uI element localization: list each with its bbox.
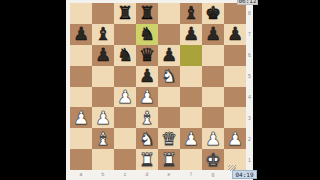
rank-label-5: 5 [246, 66, 253, 87]
black-pawn[interactable]: ♟ [73, 25, 89, 43]
square-h2[interactable]: ♟ [224, 128, 246, 149]
white-rook[interactable]: ♜ [139, 150, 155, 168]
square-f8[interactable]: ♝ [180, 3, 202, 24]
square-b6[interactable]: ♟ [92, 45, 114, 66]
file-labels: abcdefgh [70, 170, 246, 178]
square-e4[interactable] [158, 87, 180, 108]
white-pawn[interactable]: ♟ [73, 108, 89, 126]
square-d6[interactable]: ♛ [136, 45, 158, 66]
square-d7[interactable]: ♞ [136, 24, 158, 45]
file-label-g: g [202, 170, 224, 178]
square-c5[interactable] [114, 66, 136, 87]
square-g8[interactable]: ♚ [202, 3, 224, 24]
square-a1[interactable] [70, 149, 92, 170]
board-panel: ♜♜♝♚♟♝♞♟♟♟♟♞♛♟♟♞♟♟♟♟♝♝♞♛♟♟♟♜♜♚ 87654321 … [66, 0, 253, 180]
square-c6[interactable]: ♞ [114, 45, 136, 66]
square-d3[interactable]: ♝ [136, 107, 158, 128]
black-clock-time: 06:12 [238, 0, 256, 4]
black-rook[interactable]: ♜ [139, 4, 155, 22]
square-d1[interactable]: ♜ [136, 149, 158, 170]
white-pawn[interactable]: ♟ [95, 108, 111, 126]
black-knight[interactable]: ♞ [139, 25, 155, 43]
rank-label-4: 4 [246, 87, 253, 108]
square-f4[interactable] [180, 87, 202, 108]
square-f2[interactable]: ♟ [180, 128, 202, 149]
square-g2[interactable]: ♟ [202, 128, 224, 149]
square-h6[interactable] [224, 45, 246, 66]
rank-label-3: 3 [246, 107, 253, 128]
white-knight[interactable]: ♞ [139, 129, 155, 147]
square-d4[interactable]: ♟ [136, 87, 158, 108]
square-e3[interactable] [158, 107, 180, 128]
square-g3[interactable] [202, 107, 224, 128]
square-f6[interactable] [180, 45, 202, 66]
square-f1[interactable] [180, 149, 202, 170]
black-bishop[interactable]: ♝ [183, 4, 199, 22]
black-pawn[interactable]: ♟ [139, 67, 155, 85]
square-b2[interactable]: ♝ [92, 128, 114, 149]
file-label-a: a [70, 170, 92, 178]
square-c3[interactable] [114, 107, 136, 128]
square-e1[interactable]: ♜ [158, 149, 180, 170]
square-h7[interactable]: ♟ [224, 24, 246, 45]
file-label-c: c [114, 170, 136, 178]
square-c1[interactable] [114, 149, 136, 170]
square-f7[interactable]: ♟ [180, 24, 202, 45]
rank-label-6: 6 [246, 45, 253, 66]
square-e7[interactable] [158, 24, 180, 45]
black-king[interactable]: ♚ [205, 4, 221, 22]
white-queen[interactable]: ♛ [161, 129, 177, 147]
square-e6[interactable]: ♟ [158, 45, 180, 66]
square-g7[interactable]: ♟ [202, 24, 224, 45]
left-letterbox [0, 0, 66, 180]
square-h8[interactable] [224, 3, 246, 24]
square-a7[interactable]: ♟ [70, 24, 92, 45]
black-pawn[interactable]: ♟ [161, 46, 177, 64]
right-letterbox [253, 0, 320, 180]
rank-label-1: 1 [246, 149, 253, 170]
square-c8[interactable]: ♜ [114, 3, 136, 24]
black-pawn[interactable]: ♟ [183, 25, 199, 43]
white-knight[interactable]: ♞ [161, 67, 177, 85]
square-b1[interactable] [92, 149, 114, 170]
white-pawn[interactable]: ♟ [205, 129, 221, 147]
square-a8[interactable] [70, 3, 92, 24]
square-e2[interactable]: ♛ [158, 128, 180, 149]
white-clock: 04:19 [232, 170, 257, 179]
square-e8[interactable] [158, 3, 180, 24]
square-b3[interactable]: ♟ [92, 107, 114, 128]
square-b4[interactable] [92, 87, 114, 108]
black-bishop[interactable]: ♝ [95, 25, 111, 43]
white-clock-time: 04:19 [235, 171, 253, 178]
rank-label-7: 7 [246, 24, 253, 45]
rank-labels: 87654321 [246, 3, 253, 170]
square-h3[interactable] [224, 107, 246, 128]
file-label-f: f [180, 170, 202, 178]
square-f5[interactable] [180, 66, 202, 87]
white-pawn[interactable]: ♟ [227, 129, 243, 147]
square-b5[interactable] [92, 66, 114, 87]
white-bishop[interactable]: ♝ [139, 108, 155, 126]
square-c4[interactable]: ♟ [114, 87, 136, 108]
square-d8[interactable]: ♜ [136, 3, 158, 24]
app-screen: ♜♜♝♚♟♝♞♟♟♟♟♞♛♟♟♞♟♟♟♟♝♝♞♛♟♟♟♜♜♚ 87654321 … [0, 0, 320, 180]
white-king[interactable]: ♚ [205, 150, 221, 168]
square-e5[interactable]: ♞ [158, 66, 180, 87]
black-rook[interactable]: ♜ [117, 4, 133, 22]
square-a6[interactable] [70, 45, 92, 66]
square-h4[interactable] [224, 87, 246, 108]
rank-label-8: 8 [246, 3, 253, 24]
square-g1[interactable]: ♚ [202, 149, 224, 170]
square-a4[interactable] [70, 87, 92, 108]
square-d2[interactable]: ♞ [136, 128, 158, 149]
white-pawn[interactable]: ♟ [183, 129, 199, 147]
square-b7[interactable]: ♝ [92, 24, 114, 45]
file-label-e: e [158, 170, 180, 178]
black-pawn[interactable]: ♟ [227, 25, 243, 43]
black-pawn[interactable]: ♟ [205, 25, 221, 43]
white-bishop[interactable]: ♝ [95, 129, 111, 147]
square-a5[interactable] [70, 66, 92, 87]
board: ♜♜♝♚♟♝♞♟♟♟♟♞♛♟♟♞♟♟♟♟♝♝♞♛♟♟♟♜♜♚ [70, 3, 246, 170]
square-g4[interactable] [202, 87, 224, 108]
square-g5[interactable] [202, 66, 224, 87]
square-a3[interactable]: ♟ [70, 107, 92, 128]
square-d5[interactable]: ♟ [136, 66, 158, 87]
white-pawn[interactable]: ♟ [117, 87, 133, 105]
square-c7[interactable] [114, 24, 136, 45]
square-a2[interactable] [70, 128, 92, 149]
square-h5[interactable] [224, 66, 246, 87]
black-queen[interactable]: ♛ [139, 46, 155, 64]
black-pawn[interactable]: ♟ [95, 46, 111, 64]
rank-label-2: 2 [246, 128, 253, 149]
file-label-d: d [136, 170, 158, 178]
square-f3[interactable] [180, 107, 202, 128]
white-rook[interactable]: ♜ [161, 150, 177, 168]
black-knight[interactable]: ♞ [117, 46, 133, 64]
square-b8[interactable] [92, 3, 114, 24]
white-pawn[interactable]: ♟ [139, 87, 155, 105]
square-g6[interactable] [202, 45, 224, 66]
black-clock: 06:12 [237, 0, 258, 5]
square-c2[interactable] [114, 128, 136, 149]
file-label-b: b [92, 170, 114, 178]
